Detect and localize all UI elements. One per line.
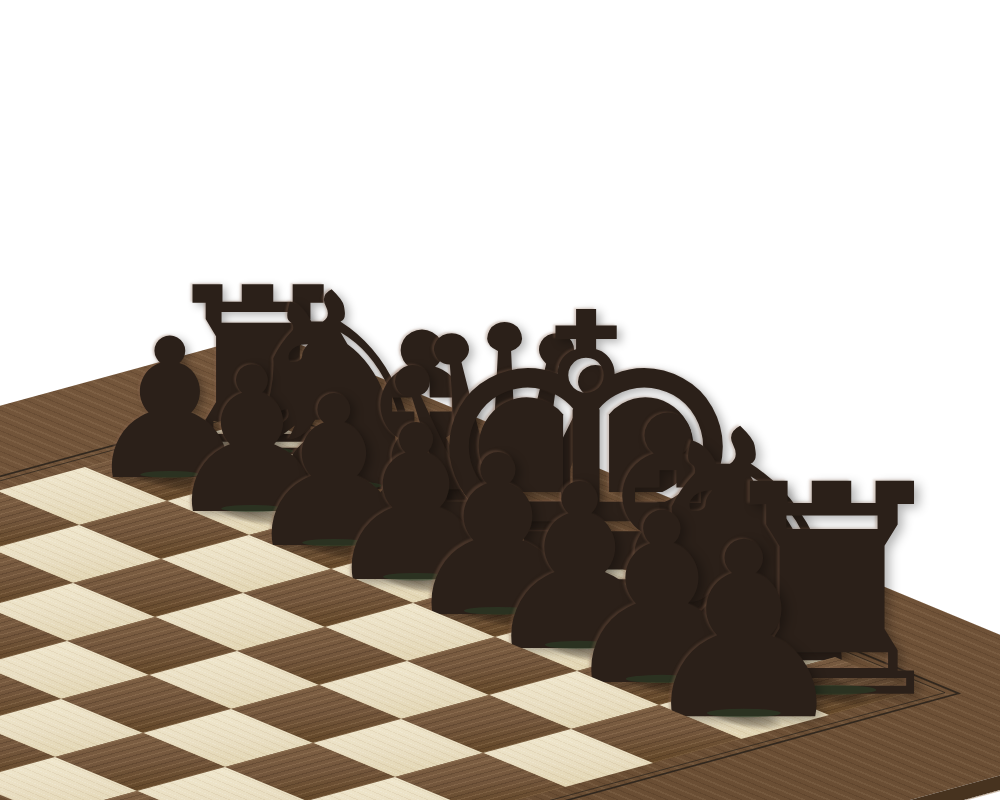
playing-field: ♜♞♝♛♚♝♞♜♟♟♟♟♟♟♟♟ [0, 419, 917, 800]
chess-board: ♜♞♝♛♚♝♞♜♟♟♟♟♟♟♟♟ [0, 332, 1000, 800]
chess-set-photo: ♜♞♝♛♚♝♞♜♟♟♟♟♟♟♟♟ [0, 0, 1000, 800]
